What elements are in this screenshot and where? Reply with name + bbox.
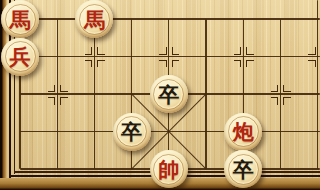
piece-black-soldier-file7[interactable]: 卒 [224, 150, 262, 188]
piece-red-soldier-file1[interactable]: 兵 [1, 38, 39, 76]
piece-glyph: 馬 [84, 9, 105, 30]
piece-black-soldier-file5[interactable]: 卒 [150, 75, 188, 113]
piece-red-horse-file1[interactable]: 馬 [1, 0, 39, 38]
piece-glyph: 炮 [233, 121, 254, 142]
piece-red-horse-file3[interactable]: 馬 [75, 0, 113, 38]
xiangqi-board: 馬馬兵卒卒炮帥卒 [0, 0, 320, 190]
piece-glyph: 馬 [10, 9, 31, 30]
piece-red-general-file5[interactable]: 帥 [150, 150, 188, 188]
piece-black-soldier-file4[interactable]: 卒 [113, 113, 151, 151]
piece-glyph: 兵 [10, 46, 31, 67]
piece-red-cannon-file7[interactable]: 炮 [224, 113, 262, 151]
piece-glyph: 卒 [121, 121, 142, 142]
pieces-layer: 馬馬兵卒卒炮帥卒 [0, 0, 320, 190]
piece-glyph: 卒 [158, 84, 179, 105]
piece-glyph: 帥 [158, 159, 179, 180]
piece-glyph: 卒 [233, 159, 254, 180]
